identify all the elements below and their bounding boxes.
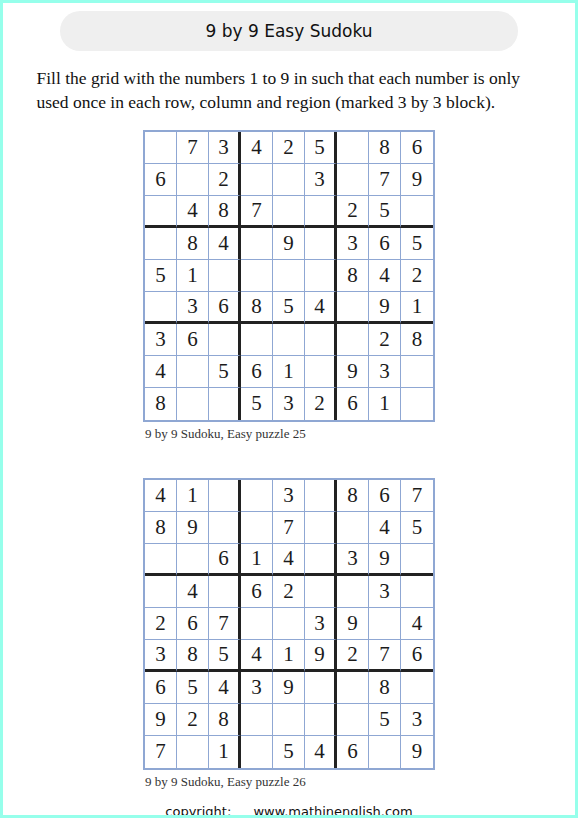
sudoku-cell-r5c1: 2 xyxy=(145,608,177,640)
sudoku-cell-r8c6 xyxy=(305,356,337,388)
sudoku-cell-r7c8: 8 xyxy=(369,672,401,704)
sudoku-cell-r8c4: 6 xyxy=(241,356,273,388)
sudoku-cell-r3c2 xyxy=(177,544,209,576)
instructions-text: Fill the grid with the numbers 1 to 9 in… xyxy=(37,67,542,115)
sudoku-cell-r1c7 xyxy=(337,132,369,164)
sudoku-cell-r7c1: 6 xyxy=(145,672,177,704)
puzzle-block-26: 4138678974561439462326739438541927665439… xyxy=(143,478,435,790)
sudoku-cell-r4c2: 4 xyxy=(177,576,209,608)
sudoku-cell-r9c3: 1 xyxy=(209,736,241,768)
sudoku-cell-r2c9: 5 xyxy=(401,512,433,544)
sudoku-cell-r4c9: 5 xyxy=(401,228,433,260)
sudoku-cell-r8c1: 9 xyxy=(145,704,177,736)
sudoku-cell-r6c9: 6 xyxy=(401,640,433,672)
sudoku-cell-r5c9: 4 xyxy=(401,608,433,640)
sudoku-cell-r4c4: 6 xyxy=(241,576,273,608)
sudoku-cell-r1c9: 6 xyxy=(401,132,433,164)
sudoku-cell-r4c1 xyxy=(145,228,177,260)
sudoku-cell-r4c8: 3 xyxy=(369,576,401,608)
sudoku-cell-r5c5 xyxy=(273,608,305,640)
sudoku-cell-r1c5: 2 xyxy=(273,132,305,164)
sudoku-cell-r2c9: 9 xyxy=(401,164,433,196)
sudoku-cell-r5c4 xyxy=(241,608,273,640)
sudoku-cell-r5c4 xyxy=(241,260,273,292)
sudoku-cell-r5c3: 7 xyxy=(209,608,241,640)
copyright-label: copyright: xyxy=(165,804,231,818)
sudoku-cell-r3c8: 9 xyxy=(369,544,401,576)
sudoku-cell-r6c1: 3 xyxy=(145,640,177,672)
sudoku-cell-r7c2: 5 xyxy=(177,672,209,704)
sudoku-cell-r6c3: 5 xyxy=(209,640,241,672)
sudoku-cell-r3c6 xyxy=(305,196,337,228)
sudoku-cell-r4c2: 8 xyxy=(177,228,209,260)
sudoku-cell-r3c8: 5 xyxy=(369,196,401,228)
sudoku-cell-r7c6 xyxy=(305,672,337,704)
sudoku-cell-r6c4: 4 xyxy=(241,640,273,672)
sudoku-cell-r9c9: 9 xyxy=(401,736,433,768)
sudoku-cell-r1c8: 8 xyxy=(369,132,401,164)
sudoku-cell-r9c8 xyxy=(369,736,401,768)
puzzle-block-25: 7342586623794872584936551842368549136284… xyxy=(143,130,435,442)
sudoku-cell-r2c5 xyxy=(273,164,305,196)
sudoku-cell-r3c4: 1 xyxy=(241,544,273,576)
sudoku-cell-r3c9 xyxy=(401,196,433,228)
sudoku-cell-r1c1 xyxy=(145,132,177,164)
sudoku-cell-r9c3 xyxy=(209,388,241,420)
sudoku-cell-r6c8: 7 xyxy=(369,640,401,672)
sudoku-cell-r6c8: 9 xyxy=(369,292,401,324)
sudoku-cell-r1c5: 3 xyxy=(273,480,305,512)
sudoku-cell-r2c8: 7 xyxy=(369,164,401,196)
sudoku-cell-r2c6 xyxy=(305,512,337,544)
sudoku-cell-r7c3: 4 xyxy=(209,672,241,704)
sudoku-cell-r4c6 xyxy=(305,228,337,260)
sudoku-cell-r1c8: 6 xyxy=(369,480,401,512)
sudoku-cell-r8c1: 4 xyxy=(145,356,177,388)
sudoku-cell-r9c4 xyxy=(241,736,273,768)
sudoku-cell-r4c8: 6 xyxy=(369,228,401,260)
sudoku-cell-r6c7: 2 xyxy=(337,640,369,672)
sudoku-cell-r9c6: 4 xyxy=(305,736,337,768)
sudoku-cell-r3c1 xyxy=(145,196,177,228)
sudoku-cell-r3c5: 4 xyxy=(273,544,305,576)
sudoku-cell-r3c1 xyxy=(145,544,177,576)
sudoku-cell-r3c7: 3 xyxy=(337,544,369,576)
sudoku-cell-r1c9: 7 xyxy=(401,480,433,512)
page-title-text: 9 by 9 Easy Sudoku xyxy=(205,21,372,41)
sudoku-cell-r5c5 xyxy=(273,260,305,292)
sudoku-cell-r6c2: 8 xyxy=(177,640,209,672)
sudoku-cell-r8c8: 5 xyxy=(369,704,401,736)
sudoku-cell-r9c6: 2 xyxy=(305,388,337,420)
sudoku-cell-r9c5: 5 xyxy=(273,736,305,768)
sudoku-cell-r2c6: 3 xyxy=(305,164,337,196)
sudoku-cell-r8c5 xyxy=(273,704,305,736)
sudoku-cell-r4c7: 3 xyxy=(337,228,369,260)
sudoku-cell-r2c4 xyxy=(241,164,273,196)
sudoku-cell-r8c3: 8 xyxy=(209,704,241,736)
sudoku-cell-r2c7 xyxy=(337,164,369,196)
sudoku-cell-r6c3: 6 xyxy=(209,292,241,324)
sudoku-cell-r7c7 xyxy=(337,672,369,704)
sudoku-cell-r2c3 xyxy=(209,512,241,544)
sudoku-cell-r7c8: 2 xyxy=(369,324,401,356)
sudoku-cell-r4c9 xyxy=(401,576,433,608)
sudoku-cell-r6c6: 4 xyxy=(305,292,337,324)
puzzle-caption-26: 9 by 9 Sudoku, Easy puzzle 26 xyxy=(143,774,435,790)
sudoku-cell-r6c4: 8 xyxy=(241,292,273,324)
sudoku-cell-r8c2 xyxy=(177,356,209,388)
sudoku-cell-r8c4 xyxy=(241,704,273,736)
sudoku-cell-r5c7: 9 xyxy=(337,608,369,640)
sudoku-cell-r2c5: 7 xyxy=(273,512,305,544)
sudoku-cell-r3c9 xyxy=(401,544,433,576)
sudoku-cell-r4c6 xyxy=(305,576,337,608)
page-title: 9 by 9 Easy Sudoku xyxy=(60,11,518,51)
puzzle-caption-25: 9 by 9 Sudoku, Easy puzzle 25 xyxy=(143,426,435,442)
sudoku-grid-1: 7342586623794872584936551842368549136284… xyxy=(143,130,435,422)
sudoku-cell-r1c7: 8 xyxy=(337,480,369,512)
sudoku-cell-r4c5: 2 xyxy=(273,576,305,608)
sudoku-cell-r5c2: 1 xyxy=(177,260,209,292)
sudoku-cell-r9c5: 3 xyxy=(273,388,305,420)
sudoku-cell-r9c2 xyxy=(177,388,209,420)
sudoku-cell-r9c7: 6 xyxy=(337,388,369,420)
sudoku-cell-r3c5 xyxy=(273,196,305,228)
sudoku-cell-r6c7 xyxy=(337,292,369,324)
sudoku-cell-r7c5: 9 xyxy=(273,672,305,704)
sudoku-cell-r9c4: 5 xyxy=(241,388,273,420)
sudoku-cell-r3c3: 8 xyxy=(209,196,241,228)
sudoku-cell-r3c4: 7 xyxy=(241,196,273,228)
sudoku-cell-r1c4: 4 xyxy=(241,132,273,164)
sudoku-cell-r5c8 xyxy=(369,608,401,640)
sudoku-cell-r2c2 xyxy=(177,164,209,196)
sudoku-cell-r9c8: 1 xyxy=(369,388,401,420)
sudoku-cell-r1c3 xyxy=(209,480,241,512)
sudoku-cell-r6c1 xyxy=(145,292,177,324)
sudoku-cell-r4c4 xyxy=(241,228,273,260)
sudoku-cell-r1c4 xyxy=(241,480,273,512)
sudoku-cell-r8c2: 2 xyxy=(177,704,209,736)
sudoku-cell-r1c2: 1 xyxy=(177,480,209,512)
sudoku-cell-r7c7 xyxy=(337,324,369,356)
sudoku-cell-r4c1 xyxy=(145,576,177,608)
sudoku-cell-r2c3: 2 xyxy=(209,164,241,196)
sudoku-cell-r4c5: 9 xyxy=(273,228,305,260)
sudoku-cell-r7c6 xyxy=(305,324,337,356)
sudoku-cell-r5c7: 8 xyxy=(337,260,369,292)
sudoku-cell-r1c6: 5 xyxy=(305,132,337,164)
sudoku-cell-r3c3: 6 xyxy=(209,544,241,576)
sudoku-cell-r5c3 xyxy=(209,260,241,292)
sudoku-cell-r1c3: 3 xyxy=(209,132,241,164)
sudoku-cell-r5c6 xyxy=(305,260,337,292)
sudoku-cell-r8c6 xyxy=(305,704,337,736)
sudoku-cell-r7c9: 8 xyxy=(401,324,433,356)
sudoku-cell-r1c1: 4 xyxy=(145,480,177,512)
sudoku-cell-r1c2: 7 xyxy=(177,132,209,164)
sudoku-cell-r3c2: 4 xyxy=(177,196,209,228)
sudoku-cell-r2c1: 8 xyxy=(145,512,177,544)
sudoku-cell-r6c2: 3 xyxy=(177,292,209,324)
sudoku-cell-r8c8: 3 xyxy=(369,356,401,388)
sudoku-cell-r9c1: 8 xyxy=(145,388,177,420)
sudoku-cell-r7c1: 3 xyxy=(145,324,177,356)
sudoku-cell-r6c5: 5 xyxy=(273,292,305,324)
sudoku-cell-r5c8: 4 xyxy=(369,260,401,292)
sudoku-cell-r7c4: 3 xyxy=(241,672,273,704)
sudoku-cell-r8c9: 3 xyxy=(401,704,433,736)
sudoku-cell-r2c7 xyxy=(337,512,369,544)
sudoku-cell-r9c7: 6 xyxy=(337,736,369,768)
sudoku-cell-r4c3: 4 xyxy=(209,228,241,260)
sudoku-cell-r2c2: 9 xyxy=(177,512,209,544)
sudoku-cell-r5c1: 5 xyxy=(145,260,177,292)
sudoku-cell-r9c2 xyxy=(177,736,209,768)
sudoku-cell-r4c7 xyxy=(337,576,369,608)
sudoku-grid-2: 4138678974561439462326739438541927665439… xyxy=(143,478,435,770)
sudoku-cell-r8c9 xyxy=(401,356,433,388)
sudoku-cell-r7c2: 6 xyxy=(177,324,209,356)
sudoku-cell-r8c7 xyxy=(337,704,369,736)
sudoku-cell-r3c6 xyxy=(305,544,337,576)
sudoku-cell-r5c9: 2 xyxy=(401,260,433,292)
sudoku-cell-r7c9 xyxy=(401,672,433,704)
sudoku-cell-r3c7: 2 xyxy=(337,196,369,228)
copyright-url: www.mathinenglish.com xyxy=(253,804,412,818)
sudoku-cell-r5c2: 6 xyxy=(177,608,209,640)
sudoku-cell-r1c6 xyxy=(305,480,337,512)
sudoku-cell-r7c4 xyxy=(241,324,273,356)
sudoku-cell-r9c9 xyxy=(401,388,433,420)
sudoku-cell-r2c1: 6 xyxy=(145,164,177,196)
sudoku-cell-r8c3: 5 xyxy=(209,356,241,388)
sudoku-cell-r8c7: 9 xyxy=(337,356,369,388)
sudoku-cell-r6c6: 9 xyxy=(305,640,337,672)
sudoku-cell-r7c3 xyxy=(209,324,241,356)
sudoku-cell-r6c9: 1 xyxy=(401,292,433,324)
sudoku-cell-r9c1: 7 xyxy=(145,736,177,768)
sudoku-cell-r7c5 xyxy=(273,324,305,356)
sudoku-cell-r4c3 xyxy=(209,576,241,608)
sudoku-cell-r6c5: 1 xyxy=(273,640,305,672)
copyright-line: copyright: www.mathinenglish.com xyxy=(3,804,575,818)
sudoku-cell-r5c6: 3 xyxy=(305,608,337,640)
sudoku-cell-r2c8: 4 xyxy=(369,512,401,544)
sudoku-cell-r8c5: 1 xyxy=(273,356,305,388)
sudoku-cell-r2c4 xyxy=(241,512,273,544)
